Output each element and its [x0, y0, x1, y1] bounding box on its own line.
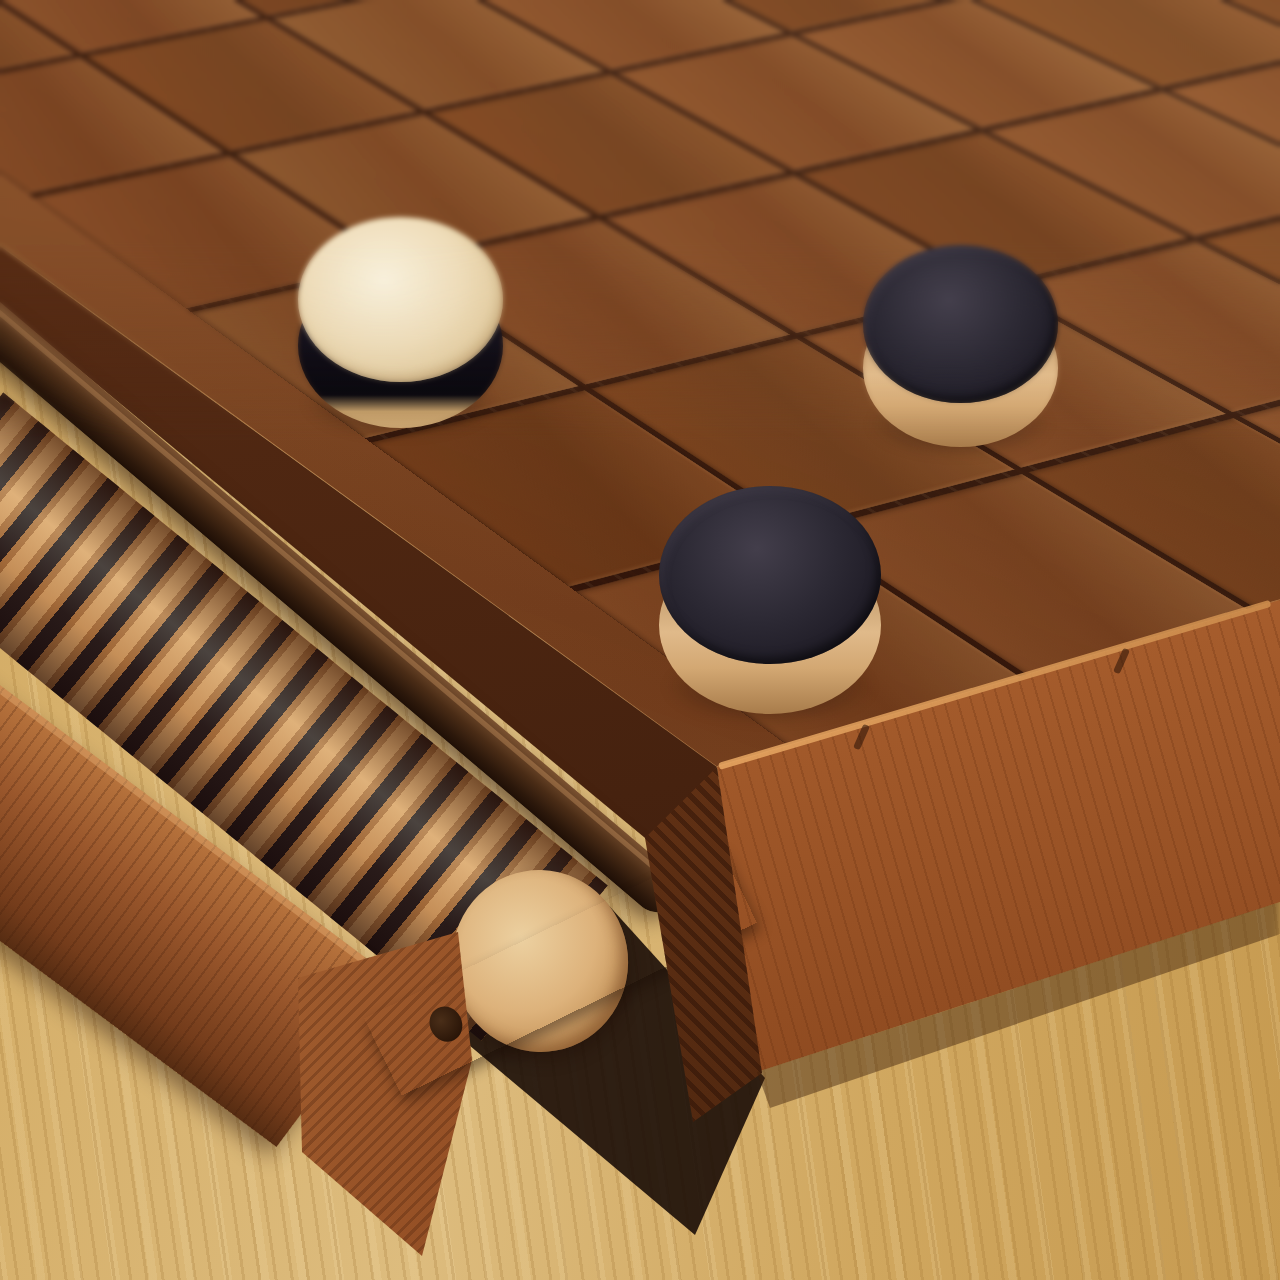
- black-disc-glyph: ●: [909, 331, 1113, 419]
- walnut-dowel-pin: [424, 1001, 469, 1047]
- black-disc-glyph: ●: [692, 585, 916, 697]
- photo-scene: ○●● ○●●: [0, 0, 1280, 1280]
- white-disc-glyph: ○: [289, 306, 474, 391]
